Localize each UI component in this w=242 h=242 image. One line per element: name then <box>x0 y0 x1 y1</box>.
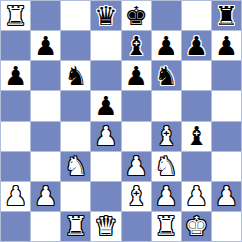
piece-black-queen: ♛ <box>94 3 117 29</box>
piece-black-knight: ♞ <box>155 63 178 89</box>
piece-white-pawn: ♟ <box>94 123 117 149</box>
square-e1[interactable] <box>122 212 151 241</box>
piece-black-pawn: ♟ <box>185 33 208 59</box>
square-f5[interactable] <box>152 91 181 120</box>
square-f2[interactable]: ♟ <box>152 182 181 211</box>
square-a6[interactable]: ♟ <box>1 61 30 90</box>
square-e5[interactable] <box>122 91 151 120</box>
square-a5[interactable] <box>1 91 30 120</box>
piece-black-pawn: ♟ <box>215 33 238 59</box>
square-d5[interactable]: ♟ <box>91 91 120 120</box>
piece-white-knight: ♞ <box>155 153 178 179</box>
square-g3[interactable] <box>182 152 211 181</box>
square-a7[interactable] <box>1 31 30 60</box>
piece-white-pawn: ♟ <box>155 183 178 209</box>
chess-board-wrap: ♜♛♚♜♟♝♟♟♟♟♞♟♞♟♟♝♝♞♟♞♟♟♝♟♟♟♜♛♜♚ <box>0 0 242 242</box>
square-g6[interactable] <box>182 61 211 90</box>
piece-white-rook: ♜ <box>4 3 27 29</box>
square-f3[interactable]: ♞ <box>152 152 181 181</box>
square-b7[interactable]: ♟ <box>31 31 60 60</box>
square-b1[interactable] <box>31 212 60 241</box>
piece-white-rook: ♜ <box>64 213 87 239</box>
square-a4[interactable] <box>1 122 30 151</box>
square-h3[interactable] <box>212 152 241 181</box>
chess-board: ♜♛♚♜♟♝♟♟♟♟♞♟♞♟♟♝♝♞♟♞♟♟♝♟♟♟♜♛♜♚ <box>0 0 242 242</box>
square-h2[interactable]: ♟ <box>212 182 241 211</box>
square-f7[interactable]: ♟ <box>152 31 181 60</box>
square-b6[interactable] <box>31 61 60 90</box>
square-f4[interactable]: ♝ <box>152 122 181 151</box>
square-d6[interactable] <box>91 61 120 90</box>
square-d3[interactable] <box>91 152 120 181</box>
piece-white-king: ♚ <box>185 213 208 239</box>
square-e8[interactable]: ♚ <box>122 1 151 30</box>
square-d2[interactable] <box>91 182 120 211</box>
piece-black-bishop: ♝ <box>124 33 147 59</box>
piece-white-rook: ♜ <box>155 213 178 239</box>
square-b3[interactable] <box>31 152 60 181</box>
piece-white-queen: ♛ <box>94 213 117 239</box>
square-g7[interactable]: ♟ <box>182 31 211 60</box>
square-b8[interactable] <box>31 1 60 30</box>
piece-white-pawn: ♟ <box>215 183 238 209</box>
square-b4[interactable] <box>31 122 60 151</box>
square-c4[interactable] <box>61 122 90 151</box>
square-h1[interactable] <box>212 212 241 241</box>
square-g8[interactable] <box>182 1 211 30</box>
square-c5[interactable] <box>61 91 90 120</box>
square-e6[interactable]: ♟ <box>122 61 151 90</box>
square-a3[interactable] <box>1 152 30 181</box>
piece-black-pawn: ♟ <box>4 63 27 89</box>
square-d1[interactable]: ♛ <box>91 212 120 241</box>
piece-black-king: ♚ <box>124 3 147 29</box>
square-g4[interactable]: ♝ <box>182 122 211 151</box>
square-h7[interactable]: ♟ <box>212 31 241 60</box>
piece-black-pawn: ♟ <box>124 63 147 89</box>
square-c6[interactable]: ♞ <box>61 61 90 90</box>
square-d4[interactable]: ♟ <box>91 122 120 151</box>
piece-black-pawn: ♟ <box>94 93 117 119</box>
square-e2[interactable]: ♝ <box>122 182 151 211</box>
piece-white-knight: ♞ <box>64 153 87 179</box>
square-c8[interactable] <box>61 1 90 30</box>
piece-white-bishop: ♝ <box>155 123 178 149</box>
square-b2[interactable]: ♟ <box>31 182 60 211</box>
piece-black-knight: ♞ <box>64 63 87 89</box>
square-c7[interactable] <box>61 31 90 60</box>
piece-white-pawn: ♟ <box>185 183 208 209</box>
piece-white-pawn: ♟ <box>124 153 147 179</box>
piece-black-pawn: ♟ <box>34 33 57 59</box>
square-c3[interactable]: ♞ <box>61 152 90 181</box>
square-d7[interactable] <box>91 31 120 60</box>
piece-black-rook: ♜ <box>215 3 238 29</box>
square-b5[interactable] <box>31 91 60 120</box>
square-e4[interactable] <box>122 122 151 151</box>
square-e3[interactable]: ♟ <box>122 152 151 181</box>
piece-black-bishop: ♝ <box>185 123 208 149</box>
square-h6[interactable] <box>212 61 241 90</box>
square-a1[interactable] <box>1 212 30 241</box>
square-f8[interactable] <box>152 1 181 30</box>
piece-white-pawn: ♟ <box>4 183 27 209</box>
square-f6[interactable]: ♞ <box>152 61 181 90</box>
square-a8[interactable]: ♜ <box>1 1 30 30</box>
piece-white-pawn: ♟ <box>34 183 57 209</box>
square-h4[interactable] <box>212 122 241 151</box>
square-g5[interactable] <box>182 91 211 120</box>
square-h8[interactable]: ♜ <box>212 1 241 30</box>
square-f1[interactable]: ♜ <box>152 212 181 241</box>
square-g1[interactable]: ♚ <box>182 212 211 241</box>
piece-black-pawn: ♟ <box>155 33 178 59</box>
square-e7[interactable]: ♝ <box>122 31 151 60</box>
square-a2[interactable]: ♟ <box>1 182 30 211</box>
square-c1[interactable]: ♜ <box>61 212 90 241</box>
square-c2[interactable] <box>61 182 90 211</box>
piece-white-bishop: ♝ <box>124 183 147 209</box>
square-h5[interactable] <box>212 91 241 120</box>
square-d8[interactable]: ♛ <box>91 1 120 30</box>
square-g2[interactable]: ♟ <box>182 182 211 211</box>
